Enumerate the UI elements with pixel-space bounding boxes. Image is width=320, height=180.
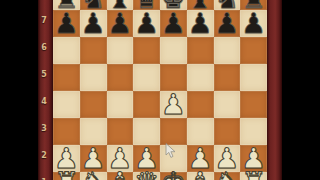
square-c7[interactable]: ♟ [107, 10, 134, 37]
screen: ♜♞♝♛♚♝♞♜♟♟♟♟♟♟♟♟♟♟♟♟♟♟♟♟♜♞♝♛♚♝♞♜ 8765432… [0, 0, 320, 180]
square-g5[interactable] [214, 64, 241, 91]
chess-board: ♜♞♝♛♚♝♞♜♟♟♟♟♟♟♟♟♟♟♟♟♟♟♟♟♜♞♝♛♚♝♞♜ [53, 0, 267, 180]
black-pawn[interactable]: ♟ [54, 10, 79, 37]
square-f5[interactable] [187, 64, 214, 91]
square-c1[interactable]: ♝ [107, 172, 134, 180]
square-d3[interactable] [133, 118, 160, 145]
square-f3[interactable] [187, 118, 214, 145]
square-h6[interactable] [240, 37, 267, 64]
rank-label-1: 1 [38, 179, 50, 180]
white-queen[interactable]: ♛ [134, 169, 159, 180]
square-d7[interactable]: ♟ [133, 10, 160, 37]
square-e4[interactable]: ♟ [160, 91, 187, 118]
square-c3[interactable] [107, 118, 134, 145]
rank-label-3: 3 [38, 125, 50, 133]
square-h5[interactable] [240, 64, 267, 91]
black-pawn[interactable]: ♟ [107, 10, 132, 37]
square-h3[interactable] [240, 118, 267, 145]
square-d4[interactable] [133, 91, 160, 118]
square-h1[interactable]: ♜ [240, 172, 267, 180]
square-b7[interactable]: ♟ [80, 10, 107, 37]
square-a3[interactable] [53, 118, 80, 145]
square-d6[interactable] [133, 37, 160, 64]
white-rook[interactable]: ♜ [241, 169, 266, 180]
square-e6[interactable] [160, 37, 187, 64]
white-knight[interactable]: ♞ [214, 169, 239, 180]
rank-label-2: 2 [38, 152, 50, 160]
square-f6[interactable] [187, 37, 214, 64]
square-g1[interactable]: ♞ [214, 172, 241, 180]
square-c5[interactable] [107, 64, 134, 91]
black-pawn[interactable]: ♟ [134, 10, 159, 37]
square-f4[interactable] [187, 91, 214, 118]
square-e3[interactable] [160, 118, 187, 145]
white-king[interactable]: ♚ [161, 169, 186, 180]
square-f7[interactable]: ♟ [187, 10, 214, 37]
black-pawn[interactable]: ♟ [214, 10, 239, 37]
rank-label-6: 6 [38, 44, 50, 52]
square-g7[interactable]: ♟ [214, 10, 241, 37]
square-b4[interactable] [80, 91, 107, 118]
square-e7[interactable]: ♟ [160, 10, 187, 37]
square-g4[interactable] [214, 91, 241, 118]
black-pawn[interactable]: ♟ [81, 10, 106, 37]
square-c4[interactable] [107, 91, 134, 118]
square-d1[interactable]: ♛ [133, 172, 160, 180]
square-f1[interactable]: ♝ [187, 172, 214, 180]
square-d5[interactable] [133, 64, 160, 91]
square-a7[interactable]: ♟ [53, 10, 80, 37]
square-a1[interactable]: ♜ [53, 172, 80, 180]
square-e5[interactable] [160, 64, 187, 91]
square-a5[interactable] [53, 64, 80, 91]
black-pawn[interactable]: ♟ [241, 10, 266, 37]
square-a4[interactable] [53, 91, 80, 118]
square-e1[interactable]: ♚ [160, 172, 187, 180]
square-b3[interactable] [80, 118, 107, 145]
board-frame-right-rail [267, 0, 282, 180]
square-a6[interactable] [53, 37, 80, 64]
square-h4[interactable] [240, 91, 267, 118]
rank-label-4: 4 [38, 98, 50, 106]
square-b6[interactable] [80, 37, 107, 64]
square-h7[interactable]: ♟ [240, 10, 267, 37]
rank-label-7: 7 [38, 17, 50, 25]
black-pawn[interactable]: ♟ [188, 10, 213, 37]
square-g3[interactable] [214, 118, 241, 145]
white-pawn[interactable]: ♟ [161, 91, 186, 118]
square-c6[interactable] [107, 37, 134, 64]
white-rook[interactable]: ♜ [54, 169, 79, 180]
square-g6[interactable] [214, 37, 241, 64]
black-pawn[interactable]: ♟ [161, 10, 186, 37]
white-bishop[interactable]: ♝ [188, 169, 213, 180]
square-b1[interactable]: ♞ [80, 172, 107, 180]
white-bishop[interactable]: ♝ [107, 169, 132, 180]
square-b5[interactable] [80, 64, 107, 91]
rank-label-5: 5 [38, 71, 50, 79]
white-knight[interactable]: ♞ [81, 169, 106, 180]
